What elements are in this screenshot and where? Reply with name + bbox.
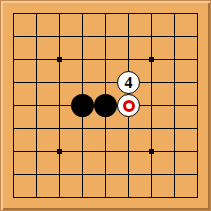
grid-line-vertical [174,13,175,198]
hoshi-point [57,57,62,62]
white-stone[interactable] [117,94,140,117]
grid-line-horizontal [13,174,198,175]
black-stone[interactable] [71,94,94,117]
go-board[interactable]: 4 [0,0,211,211]
white-stone[interactable]: 4 [117,71,140,94]
circle-marker-icon [123,100,135,112]
hoshi-point [149,149,154,154]
grid-line-vertical [151,13,152,198]
grid-line-horizontal [13,128,198,129]
grid-line-vertical [197,13,198,198]
grid-line-horizontal [13,197,198,198]
move-number-label: 4 [125,75,133,91]
grid-line-horizontal [13,151,198,152]
hoshi-point [57,149,62,154]
hoshi-point [149,57,154,62]
black-stone[interactable] [94,94,117,117]
